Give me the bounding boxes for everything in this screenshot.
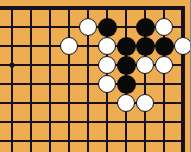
- go-board-diagram[interactable]: [0, 0, 190, 152]
- black-stone[interactable]: [155, 37, 174, 56]
- white-stone[interactable]: [117, 94, 135, 112]
- white-stone[interactable]: [98, 75, 116, 93]
- black-stone[interactable]: [136, 18, 155, 37]
- white-stone[interactable]: [98, 56, 116, 74]
- white-stone[interactable]: [155, 56, 173, 74]
- white-stone[interactable]: [136, 56, 154, 74]
- stones-layer: [3, 0, 191, 151]
- white-stone[interactable]: [98, 37, 116, 55]
- black-stone[interactable]: [98, 18, 117, 37]
- black-stone[interactable]: [136, 37, 155, 56]
- white-stone[interactable]: [60, 37, 78, 55]
- black-stone[interactable]: [117, 75, 136, 94]
- white-stone[interactable]: [174, 37, 190, 55]
- black-stone[interactable]: [117, 56, 136, 75]
- white-stone[interactable]: [155, 18, 173, 36]
- black-stone[interactable]: [117, 37, 136, 56]
- white-stone[interactable]: [136, 94, 154, 112]
- white-stone[interactable]: [79, 18, 97, 36]
